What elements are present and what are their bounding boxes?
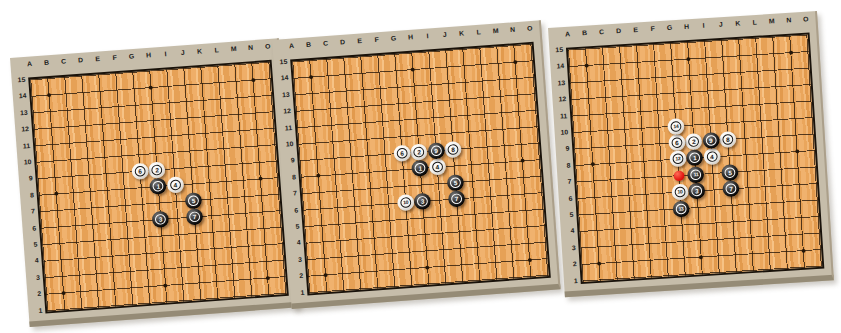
star-point-B2 bbox=[597, 261, 601, 265]
col-label-C: C bbox=[318, 39, 334, 47]
star-point-N2 bbox=[801, 249, 805, 253]
col-label-H: H bbox=[679, 23, 695, 31]
move-number: 4 bbox=[170, 180, 182, 191]
move-number: 7 bbox=[189, 211, 201, 222]
col-label-L: L bbox=[747, 18, 763, 26]
col-label-N: N bbox=[243, 44, 259, 52]
goban-grid: 1234567891011121314 bbox=[566, 33, 824, 284]
row-label-8: 8 bbox=[557, 162, 570, 169]
star-point-N14 bbox=[513, 60, 517, 64]
star-point-B2 bbox=[61, 291, 65, 295]
move-number: 9 bbox=[705, 135, 716, 146]
star-point-N14 bbox=[789, 51, 793, 55]
star-point-N8 bbox=[795, 150, 799, 154]
stone-white-14: 14 bbox=[667, 118, 685, 135]
row-label-6: 6 bbox=[23, 224, 36, 232]
star-point-H14 bbox=[687, 57, 691, 61]
stone-black-11: 11 bbox=[687, 166, 705, 183]
stone-white-6: 6 bbox=[393, 145, 411, 162]
col-label-B: B bbox=[39, 59, 55, 67]
stone-black-7: 7 bbox=[448, 190, 466, 207]
col-label-I: I bbox=[420, 32, 436, 40]
star-point-N2 bbox=[265, 276, 269, 280]
row-label-10: 10 bbox=[280, 140, 293, 148]
row-label-3: 3 bbox=[563, 244, 576, 251]
star-point-B8 bbox=[591, 162, 595, 166]
board-diagram-1: ABCDEFGHIJKLMNO1514131211109876543211234… bbox=[10, 38, 298, 326]
col-label-B: B bbox=[576, 29, 592, 37]
star-point-B14 bbox=[309, 75, 313, 79]
star-point-N14 bbox=[251, 78, 255, 82]
col-label-J: J bbox=[175, 49, 191, 57]
stone-white-4: 4 bbox=[428, 159, 446, 176]
col-label-G: G bbox=[386, 34, 402, 42]
stone-black-5: 5 bbox=[721, 164, 739, 181]
move-number: 2 bbox=[413, 146, 425, 157]
stone-black-1: 1 bbox=[411, 160, 429, 177]
row-label-11: 11 bbox=[279, 124, 292, 132]
col-label-I: I bbox=[158, 50, 174, 58]
col-label-K: K bbox=[192, 47, 208, 55]
star-point-N2 bbox=[527, 258, 531, 262]
col-label-G: G bbox=[124, 52, 140, 60]
move-number: 4 bbox=[432, 162, 444, 173]
star-point-H14 bbox=[149, 86, 153, 90]
row-label-7: 7 bbox=[558, 178, 571, 185]
move-number: 1 bbox=[153, 181, 165, 192]
stone-black-7: 7 bbox=[186, 208, 204, 225]
row-label-2: 2 bbox=[28, 290, 41, 298]
move-number: 11 bbox=[690, 169, 701, 180]
move-number: 13 bbox=[675, 203, 686, 214]
col-label-M: M bbox=[226, 45, 242, 53]
stone-white-4: 4 bbox=[703, 148, 721, 165]
stone-black-13: 13 bbox=[672, 200, 690, 217]
row-label-13: 13 bbox=[277, 91, 290, 99]
move-number: 2 bbox=[151, 164, 163, 175]
row-label-12: 12 bbox=[278, 107, 291, 115]
move-number: 1 bbox=[415, 163, 427, 174]
col-label-I: I bbox=[696, 22, 712, 30]
col-label-C: C bbox=[594, 28, 610, 36]
row-label-5: 5 bbox=[286, 223, 299, 231]
row-label-11: 11 bbox=[17, 142, 30, 150]
row-label-4: 4 bbox=[288, 239, 301, 247]
board-diagram-3: ABCDEFGHIJKLMNO1514131211109876543211234… bbox=[548, 11, 833, 297]
row-label-2: 2 bbox=[290, 272, 303, 280]
col-label-E: E bbox=[352, 37, 368, 45]
stone-white-10: 10 bbox=[397, 194, 415, 211]
col-label-K: K bbox=[730, 19, 746, 27]
stone-white-2: 2 bbox=[148, 161, 166, 178]
row-label-7: 7 bbox=[284, 190, 297, 198]
col-label-H: H bbox=[141, 51, 157, 59]
star-point-N8 bbox=[520, 159, 524, 163]
row-label-3: 3 bbox=[289, 256, 302, 264]
row-label-13: 13 bbox=[15, 109, 28, 117]
col-label-A: A bbox=[284, 42, 300, 50]
row-label-10: 10 bbox=[18, 158, 31, 166]
move-number: 5 bbox=[450, 177, 462, 188]
move-number: 14 bbox=[670, 121, 681, 132]
col-label-A: A bbox=[559, 30, 575, 38]
row-label-11: 11 bbox=[554, 112, 567, 119]
col-label-M: M bbox=[488, 27, 504, 35]
star-point-B14 bbox=[585, 63, 589, 67]
stone-white-2: 2 bbox=[410, 143, 428, 160]
stone-black-1: 1 bbox=[686, 149, 704, 166]
move-number: 3 bbox=[155, 214, 167, 225]
row-label-8: 8 bbox=[21, 191, 34, 199]
star-point-H2 bbox=[699, 255, 703, 259]
goban-grid: 1234567 bbox=[28, 60, 288, 313]
col-label-C: C bbox=[56, 57, 72, 65]
move-number: 7 bbox=[725, 183, 736, 194]
goban-grid: 12345678910 bbox=[290, 42, 550, 295]
row-label-8: 8 bbox=[283, 173, 296, 181]
row-label-4: 4 bbox=[26, 257, 39, 265]
move-number: 5 bbox=[188, 195, 200, 206]
move-number: 1 bbox=[689, 152, 700, 163]
col-label-L: L bbox=[471, 28, 487, 36]
star-point-B14 bbox=[47, 93, 51, 97]
move-number: 3 bbox=[691, 185, 702, 196]
col-label-K: K bbox=[454, 29, 470, 37]
col-label-H: H bbox=[403, 33, 419, 41]
move-number: 5 bbox=[724, 167, 735, 178]
stone-white-6: 6 bbox=[668, 134, 686, 151]
row-label-1: 1 bbox=[29, 307, 42, 315]
row-label-7: 7 bbox=[22, 208, 35, 216]
star-point-H2 bbox=[425, 265, 429, 269]
row-label-9: 9 bbox=[282, 157, 295, 165]
move-number: 8 bbox=[447, 144, 459, 155]
col-label-A: A bbox=[22, 60, 38, 68]
red-dot-marker-G7 bbox=[673, 170, 684, 181]
row-label-14: 14 bbox=[276, 74, 289, 82]
move-number: 12 bbox=[672, 154, 683, 165]
star-point-H2 bbox=[163, 283, 167, 287]
stone-white-10: 10 bbox=[671, 183, 689, 200]
row-label-1: 1 bbox=[565, 277, 578, 284]
row-label-12: 12 bbox=[553, 96, 566, 103]
row-label-12: 12 bbox=[16, 125, 29, 133]
row-label-15: 15 bbox=[550, 46, 563, 53]
row-label-6: 6 bbox=[285, 206, 298, 214]
gomoku-diagram-strip: ABCDEFGHIJKLMNO1514131211109876543211234… bbox=[0, 0, 841, 333]
stone-black-3: 3 bbox=[688, 182, 706, 199]
col-label-J: J bbox=[437, 31, 453, 39]
move-number: 6 bbox=[134, 166, 146, 177]
star-point-B2 bbox=[323, 273, 327, 277]
row-label-9: 9 bbox=[556, 145, 569, 152]
row-label-10: 10 bbox=[555, 129, 568, 136]
stone-black-5: 5 bbox=[185, 192, 203, 209]
row-label-2: 2 bbox=[564, 261, 577, 268]
row-label-6: 6 bbox=[560, 195, 573, 202]
col-label-E: E bbox=[628, 26, 644, 34]
stone-white-12: 12 bbox=[669, 151, 687, 168]
board-diagram-2: ABCDEFGHIJKLMNO1514131211109876543211234… bbox=[272, 20, 560, 308]
row-label-4: 4 bbox=[562, 228, 575, 235]
star-point-B8 bbox=[54, 192, 58, 196]
move-number: 10 bbox=[400, 197, 412, 208]
move-number: 9 bbox=[430, 145, 442, 156]
stone-white-4: 4 bbox=[166, 177, 184, 194]
col-label-O: O bbox=[798, 15, 814, 23]
col-label-J: J bbox=[713, 20, 729, 28]
col-label-N: N bbox=[781, 16, 797, 24]
move-number: 6 bbox=[396, 148, 408, 159]
row-label-15: 15 bbox=[274, 58, 287, 66]
stone-black-5: 5 bbox=[447, 174, 465, 191]
row-label-1: 1 bbox=[291, 289, 304, 297]
move-number: 8 bbox=[722, 134, 733, 145]
col-label-B: B bbox=[301, 41, 317, 49]
row-label-5: 5 bbox=[561, 211, 574, 218]
col-label-M: M bbox=[764, 17, 780, 25]
move-number: 6 bbox=[671, 137, 682, 148]
col-label-G: G bbox=[662, 24, 678, 32]
stone-black-3: 3 bbox=[414, 193, 432, 210]
col-label-D: D bbox=[73, 56, 89, 64]
stone-white-8: 8 bbox=[444, 141, 462, 158]
col-label-O: O bbox=[522, 24, 538, 32]
move-number: 2 bbox=[688, 136, 699, 147]
stone-black-1: 1 bbox=[149, 178, 167, 195]
stone-black-9: 9 bbox=[427, 142, 445, 159]
star-point-H14 bbox=[411, 68, 415, 72]
row-label-14: 14 bbox=[14, 92, 27, 100]
stone-black-7: 7 bbox=[722, 180, 740, 197]
col-label-N: N bbox=[505, 26, 521, 34]
row-label-3: 3 bbox=[27, 274, 40, 282]
move-number: 4 bbox=[706, 151, 717, 162]
col-label-D: D bbox=[611, 27, 627, 35]
col-label-F: F bbox=[645, 25, 661, 33]
row-label-9: 9 bbox=[20, 175, 33, 183]
star-point-B8 bbox=[316, 174, 320, 178]
star-point-N8 bbox=[258, 177, 262, 181]
stone-white-2: 2 bbox=[685, 133, 703, 150]
stone-white-8: 8 bbox=[719, 131, 737, 148]
col-label-D: D bbox=[335, 38, 351, 46]
row-label-13: 13 bbox=[552, 79, 565, 86]
col-label-F: F bbox=[369, 36, 385, 44]
stone-white-6: 6 bbox=[131, 163, 149, 180]
move-number: 10 bbox=[674, 187, 685, 198]
col-label-F: F bbox=[107, 54, 123, 62]
col-label-L: L bbox=[209, 46, 225, 54]
row-label-14: 14 bbox=[551, 63, 564, 70]
row-label-15: 15 bbox=[12, 76, 25, 84]
move-number: 3 bbox=[417, 196, 429, 207]
move-number: 7 bbox=[451, 193, 463, 204]
stone-black-3: 3 bbox=[152, 211, 170, 228]
stone-black-9: 9 bbox=[702, 132, 720, 149]
col-label-E: E bbox=[90, 55, 106, 63]
row-label-5: 5 bbox=[24, 241, 37, 249]
